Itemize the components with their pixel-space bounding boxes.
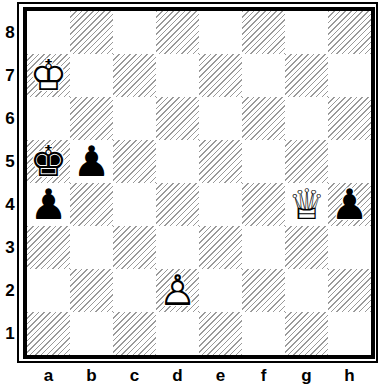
square-e8[interactable] — [199, 11, 242, 54]
piece-glyph: ♟ — [27, 183, 70, 226]
square-d1[interactable] — [156, 312, 199, 355]
square-g4[interactable]: ♛♕ — [285, 183, 328, 226]
square-f4[interactable] — [242, 183, 285, 226]
square-b5[interactable]: ♟ — [70, 140, 113, 183]
square-d7[interactable] — [156, 54, 199, 97]
square-b4[interactable] — [70, 183, 113, 226]
square-c3[interactable] — [113, 226, 156, 269]
square-e4[interactable] — [199, 183, 242, 226]
square-g6[interactable] — [285, 97, 328, 140]
file-label-d: d — [156, 364, 199, 388]
square-d5[interactable] — [156, 140, 199, 183]
black-pawn[interactable]: ♟ — [328, 183, 371, 226]
piece-glyph: ♚ — [27, 140, 70, 183]
square-h2[interactable] — [328, 269, 371, 312]
square-f7[interactable] — [242, 54, 285, 97]
square-g1[interactable] — [285, 312, 328, 355]
file-label-h: h — [328, 364, 371, 388]
square-c7[interactable] — [113, 54, 156, 97]
square-b1[interactable] — [70, 312, 113, 355]
black-pawn[interactable]: ♟ — [70, 140, 113, 183]
square-e7[interactable] — [199, 54, 242, 97]
file-label-g: g — [285, 364, 328, 388]
square-a5[interactable]: ♚ — [27, 140, 70, 183]
square-e2[interactable] — [199, 269, 242, 312]
square-d2[interactable]: ♟♙ — [156, 269, 199, 312]
square-d8[interactable] — [156, 11, 199, 54]
square-c2[interactable] — [113, 269, 156, 312]
square-f3[interactable] — [242, 226, 285, 269]
square-a7[interactable]: ♚♔ — [27, 54, 70, 97]
chess-diagram: 87654321 ♚♔♚♟♟♛♕♟♟♙ abcdefgh — [0, 0, 383, 389]
square-g2[interactable] — [285, 269, 328, 312]
square-c8[interactable] — [113, 11, 156, 54]
square-a8[interactable] — [27, 11, 70, 54]
square-h3[interactable] — [328, 226, 371, 269]
file-label-e: e — [199, 364, 242, 388]
square-g5[interactable] — [285, 140, 328, 183]
square-g8[interactable] — [285, 11, 328, 54]
square-b7[interactable] — [70, 54, 113, 97]
square-h4[interactable]: ♟ — [328, 183, 371, 226]
board-frame: ♚♔♚♟♟♛♕♟♟♙ — [23, 7, 375, 359]
square-c1[interactable] — [113, 312, 156, 355]
square-d4[interactable] — [156, 183, 199, 226]
white-queen[interactable]: ♛♕ — [285, 183, 328, 226]
square-e6[interactable] — [199, 97, 242, 140]
square-b2[interactable] — [70, 269, 113, 312]
square-g3[interactable] — [285, 226, 328, 269]
square-e3[interactable] — [199, 226, 242, 269]
file-label-f: f — [242, 364, 285, 388]
square-f1[interactable] — [242, 312, 285, 355]
square-b3[interactable] — [70, 226, 113, 269]
piece-glyph: ♟ — [70, 140, 113, 183]
white-king[interactable]: ♚♔ — [27, 54, 70, 97]
black-pawn[interactable]: ♟ — [27, 183, 70, 226]
chess-board: ♚♔♚♟♟♛♕♟♟♙ — [27, 11, 371, 355]
piece-outline: ♕ — [285, 183, 328, 226]
square-h6[interactable] — [328, 97, 371, 140]
square-e5[interactable] — [199, 140, 242, 183]
square-a2[interactable] — [27, 269, 70, 312]
square-e1[interactable] — [199, 312, 242, 355]
square-d6[interactable] — [156, 97, 199, 140]
square-h5[interactable] — [328, 140, 371, 183]
square-f8[interactable] — [242, 11, 285, 54]
piece-glyph: ♟ — [328, 183, 371, 226]
square-a6[interactable] — [27, 97, 70, 140]
square-g7[interactable] — [285, 54, 328, 97]
square-h8[interactable] — [328, 11, 371, 54]
square-h1[interactable] — [328, 312, 371, 355]
file-label-c: c — [113, 364, 156, 388]
square-a3[interactable] — [27, 226, 70, 269]
white-pawn[interactable]: ♟♙ — [156, 269, 199, 312]
square-f6[interactable] — [242, 97, 285, 140]
square-f5[interactable] — [242, 140, 285, 183]
square-b6[interactable] — [70, 97, 113, 140]
square-f2[interactable] — [242, 269, 285, 312]
square-b8[interactable] — [70, 11, 113, 54]
square-a1[interactable] — [27, 312, 70, 355]
black-king[interactable]: ♚ — [27, 140, 70, 183]
square-h7[interactable] — [328, 54, 371, 97]
square-c5[interactable] — [113, 140, 156, 183]
file-label-a: a — [27, 364, 70, 388]
file-labels: abcdefgh — [27, 364, 371, 388]
square-c6[interactable] — [113, 97, 156, 140]
square-c4[interactable] — [113, 183, 156, 226]
square-d3[interactable] — [156, 226, 199, 269]
square-a4[interactable]: ♟ — [27, 183, 70, 226]
piece-outline: ♙ — [156, 269, 199, 312]
file-label-b: b — [70, 364, 113, 388]
piece-outline: ♔ — [27, 54, 70, 97]
